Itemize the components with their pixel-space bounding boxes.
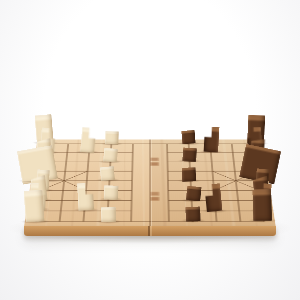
piece-dark-soldier[interactable] [182,147,197,162]
piece-light-soldier[interactable] [103,185,118,200]
piece-dark-soldier[interactable] [186,186,202,202]
board-face [24,139,276,227]
photo-scene [0,0,300,300]
piece-light-soldier[interactable] [103,148,118,163]
xiangqi-board [24,139,276,227]
piece-dark-chariot[interactable] [252,189,272,221]
piece-light-soldier[interactable] [100,207,115,222]
piece-light-soldier[interactable] [105,131,119,145]
piece-light-chariot[interactable] [23,190,44,223]
piece-dark-cannon[interactable] [203,126,219,152]
piece-dark-soldier[interactable] [181,130,196,145]
piece-dark-soldier[interactable] [181,167,196,182]
board-front-edge [24,226,276,236]
piece-dark-soldier[interactable] [185,206,200,221]
piece-light-soldier[interactable] [100,166,115,181]
piece-light-cannon[interactable] [80,127,97,154]
